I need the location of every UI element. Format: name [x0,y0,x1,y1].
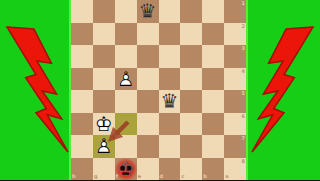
black-queen-glyph: ♛♕ [139,1,157,21]
square-c5[interactable] [180,90,202,113]
rank-label-8: 8 [242,159,245,164]
square-b7[interactable] [202,135,224,158]
square-b1[interactable] [202,0,224,23]
file-label-g: g [94,174,98,179]
square-f5[interactable] [115,90,137,113]
square-h3[interactable] [71,45,93,68]
piece-outline: ♙ [95,136,113,156]
chess-board[interactable]: 12345678hgfedcba♛♕♟♙♛♕♚♔♟♙♚♔ [71,0,246,180]
white-pawn-glyph: ♟♙ [95,136,113,156]
white-king-g6[interactable]: ♚♔ [93,113,115,136]
lastmove-highlight-f6 [115,113,137,136]
white-pawn-glyph: ♟♙ [117,69,135,89]
square-d2[interactable] [159,23,181,46]
lightning-bolt-shape [7,27,68,152]
rank-label-3: 3 [242,46,245,51]
black-queen-e1[interactable]: ♛♕ [137,0,159,23]
square-b5[interactable] [202,90,224,113]
file-label-e: e [138,174,141,179]
square-d1[interactable] [159,0,181,23]
piece-outline: ♙ [117,69,135,89]
square-e3[interactable] [137,45,159,68]
square-b4[interactable] [202,68,224,91]
square-h7[interactable] [71,135,93,158]
black-queen-d5[interactable]: ♛♕ [159,90,181,113]
file-label-b: b [203,174,207,179]
lightning-bolt-shape [252,27,313,152]
square-h2[interactable] [71,23,93,46]
rank-label-4: 4 [242,69,245,74]
piece-outline: ♕ [160,91,178,111]
rank-label-6: 6 [242,114,245,119]
square-e5[interactable] [137,90,159,113]
square-c2[interactable] [180,23,202,46]
square-h6[interactable] [71,113,93,136]
square-c6[interactable] [180,113,202,136]
square-f7[interactable] [115,135,137,158]
white-king-glyph: ♚♔ [95,114,113,134]
square-e7[interactable] [137,135,159,158]
square-e4[interactable] [137,68,159,91]
square-f3[interactable] [115,45,137,68]
piece-outline: ♕ [139,1,157,21]
scene: 12345678hgfedcba♛♕♟♙♛♕♚♔♟♙♚♔ [0,0,320,180]
black-queen-glyph: ♛♕ [160,91,178,111]
black-king-f8[interactable]: ♚♔ [115,158,137,181]
rank-label-2: 2 [242,24,245,29]
square-c7[interactable] [180,135,202,158]
file-label-d: d [160,174,164,179]
file-label-h: h [72,174,76,179]
square-d7[interactable] [159,135,181,158]
square-g1[interactable] [93,0,115,23]
square-d6[interactable] [159,113,181,136]
black-king-glyph: ♚♔ [117,159,135,179]
square-d4[interactable] [159,68,181,91]
rank-label-1: 1 [242,1,245,6]
square-c4[interactable] [180,68,202,91]
square-g5[interactable] [93,90,115,113]
square-h1[interactable] [71,0,93,23]
square-f2[interactable] [115,23,137,46]
square-b6[interactable] [202,113,224,136]
rank-label-7: 7 [242,136,245,141]
square-g4[interactable] [93,68,115,91]
white-pawn-g7[interactable]: ♟♙ [93,135,115,158]
square-c3[interactable] [180,45,202,68]
piece-outline: ♔ [117,159,135,179]
chess-board-frame: 12345678hgfedcba♛♕♟♙♛♕♚♔♟♙♚♔ [69,0,248,180]
square-h5[interactable] [71,90,93,113]
square-g2[interactable] [93,23,115,46]
file-label-c: c [181,174,184,179]
square-f1[interactable] [115,0,137,23]
square-g3[interactable] [93,45,115,68]
lightning-bolt-right [251,26,315,154]
file-label-a: a [225,174,228,179]
piece-outline: ♔ [95,114,113,134]
lightning-bolt-left [5,26,69,154]
square-c1[interactable] [180,0,202,23]
square-d3[interactable] [159,45,181,68]
square-e6[interactable] [137,113,159,136]
square-b3[interactable] [202,45,224,68]
square-e2[interactable] [137,23,159,46]
rank-label-5: 5 [242,91,245,96]
square-h4[interactable] [71,68,93,91]
square-b2[interactable] [202,23,224,46]
white-pawn-f4[interactable]: ♟♙ [115,68,137,91]
